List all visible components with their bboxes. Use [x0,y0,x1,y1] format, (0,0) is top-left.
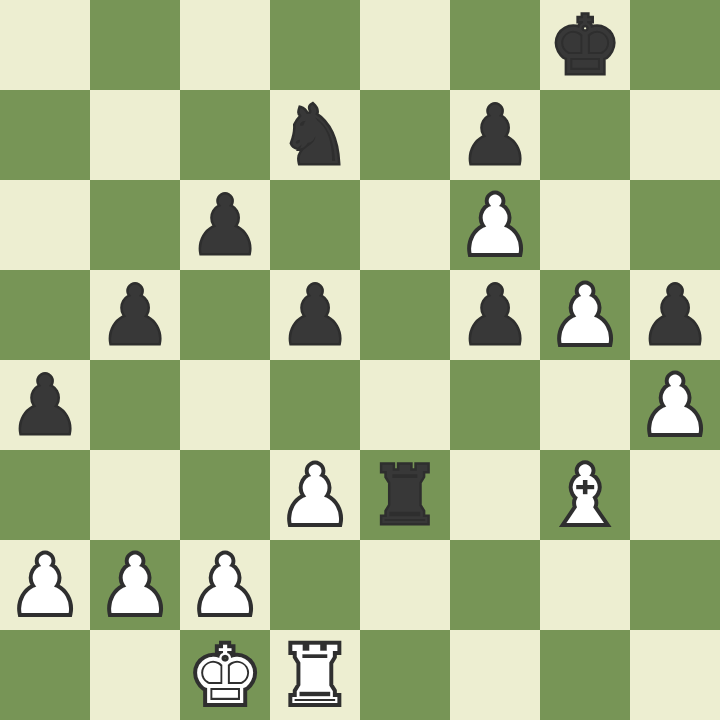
square-c7[interactable] [180,90,270,180]
piece-white-rook[interactable]: ♜♜ [270,630,360,720]
piece-black-pawn[interactable]: ♟♟ [180,180,270,270]
square-g8[interactable]: ♚♚ [540,0,630,90]
square-f6[interactable]: ♟♟ [450,180,540,270]
white-pawn-glyph: ♟ [0,540,90,630]
black-king-glyph: ♚ [540,0,630,90]
square-b2[interactable]: ♟♟ [90,540,180,630]
square-e8[interactable] [360,0,450,90]
square-e7[interactable] [360,90,450,180]
square-g5[interactable]: ♟♟ [540,270,630,360]
square-d7[interactable]: ♞♞ [270,90,360,180]
square-a8[interactable] [0,0,90,90]
piece-black-king[interactable]: ♚♚ [540,0,630,90]
black-pawn-glyph: ♟ [0,360,90,450]
square-f5[interactable]: ♟♟ [450,270,540,360]
white-pawn-glyph: ♟ [540,270,630,360]
square-c2[interactable]: ♟♟ [180,540,270,630]
black-pawn-glyph: ♟ [450,270,540,360]
square-f1[interactable] [450,630,540,720]
white-king-glyph: ♚ [180,630,270,720]
white-rook-glyph: ♜ [270,630,360,720]
square-d1[interactable]: ♜♜ [270,630,360,720]
chess-board: ♚♚♞♞♟♟♟♟♟♟♟♟♟♟♟♟♟♟♟♟♟♟♟♟♟♟♜♜♝♝♟♟♟♟♟♟♚♚♜♜ [0,0,720,720]
piece-white-pawn[interactable]: ♟♟ [180,540,270,630]
piece-black-pawn[interactable]: ♟♟ [0,360,90,450]
piece-white-king[interactable]: ♚♚ [180,630,270,720]
piece-white-pawn[interactable]: ♟♟ [540,270,630,360]
piece-white-pawn[interactable]: ♟♟ [450,180,540,270]
white-pawn-glyph: ♟ [90,540,180,630]
square-h7[interactable] [630,90,720,180]
square-a6[interactable] [0,180,90,270]
square-a3[interactable] [0,450,90,540]
square-f8[interactable] [450,0,540,90]
square-d3[interactable]: ♟♟ [270,450,360,540]
piece-white-pawn[interactable]: ♟♟ [270,450,360,540]
square-h1[interactable] [630,630,720,720]
square-f2[interactable] [450,540,540,630]
black-knight-glyph: ♞ [270,90,360,180]
square-c6[interactable]: ♟♟ [180,180,270,270]
square-h5[interactable]: ♟♟ [630,270,720,360]
square-c4[interactable] [180,360,270,450]
square-h6[interactable] [630,180,720,270]
square-a5[interactable] [0,270,90,360]
square-e5[interactable] [360,270,450,360]
square-b4[interactable] [90,360,180,450]
piece-black-pawn[interactable]: ♟♟ [270,270,360,360]
piece-black-pawn[interactable]: ♟♟ [630,270,720,360]
square-h3[interactable] [630,450,720,540]
black-rook-glyph: ♜ [360,450,450,540]
black-pawn-glyph: ♟ [180,180,270,270]
square-e1[interactable] [360,630,450,720]
black-pawn-glyph: ♟ [90,270,180,360]
square-a4[interactable]: ♟♟ [0,360,90,450]
piece-white-pawn[interactable]: ♟♟ [630,360,720,450]
black-pawn-glyph: ♟ [450,90,540,180]
square-d4[interactable] [270,360,360,450]
square-g2[interactable] [540,540,630,630]
square-f7[interactable]: ♟♟ [450,90,540,180]
square-b8[interactable] [90,0,180,90]
piece-white-bishop[interactable]: ♝♝ [540,450,630,540]
square-g1[interactable] [540,630,630,720]
square-e4[interactable] [360,360,450,450]
square-b1[interactable] [90,630,180,720]
square-c3[interactable] [180,450,270,540]
square-d8[interactable] [270,0,360,90]
black-pawn-glyph: ♟ [270,270,360,360]
white-pawn-glyph: ♟ [630,360,720,450]
square-a1[interactable] [0,630,90,720]
square-c5[interactable] [180,270,270,360]
square-b7[interactable] [90,90,180,180]
white-pawn-glyph: ♟ [270,450,360,540]
square-e2[interactable] [360,540,450,630]
black-pawn-glyph: ♟ [630,270,720,360]
square-a7[interactable] [0,90,90,180]
piece-black-knight[interactable]: ♞♞ [270,90,360,180]
square-f3[interactable] [450,450,540,540]
square-g3[interactable]: ♝♝ [540,450,630,540]
square-h4[interactable]: ♟♟ [630,360,720,450]
square-b6[interactable] [90,180,180,270]
square-a2[interactable]: ♟♟ [0,540,90,630]
square-e6[interactable] [360,180,450,270]
white-bishop-glyph: ♝ [540,450,630,540]
square-d5[interactable]: ♟♟ [270,270,360,360]
piece-white-pawn[interactable]: ♟♟ [90,540,180,630]
square-g4[interactable] [540,360,630,450]
square-d6[interactable] [270,180,360,270]
square-h2[interactable] [630,540,720,630]
piece-white-pawn[interactable]: ♟♟ [0,540,90,630]
square-g7[interactable] [540,90,630,180]
piece-black-pawn[interactable]: ♟♟ [90,270,180,360]
white-pawn-glyph: ♟ [180,540,270,630]
square-f4[interactable] [450,360,540,450]
square-c8[interactable] [180,0,270,90]
square-g6[interactable] [540,180,630,270]
piece-black-pawn[interactable]: ♟♟ [450,270,540,360]
square-e3[interactable]: ♜♜ [360,450,450,540]
square-b5[interactable]: ♟♟ [90,270,180,360]
square-c1[interactable]: ♚♚ [180,630,270,720]
piece-black-rook[interactable]: ♜♜ [360,450,450,540]
square-b3[interactable] [90,450,180,540]
piece-black-pawn[interactable]: ♟♟ [450,90,540,180]
square-h8[interactable] [630,0,720,90]
square-d2[interactable] [270,540,360,630]
white-pawn-glyph: ♟ [450,180,540,270]
